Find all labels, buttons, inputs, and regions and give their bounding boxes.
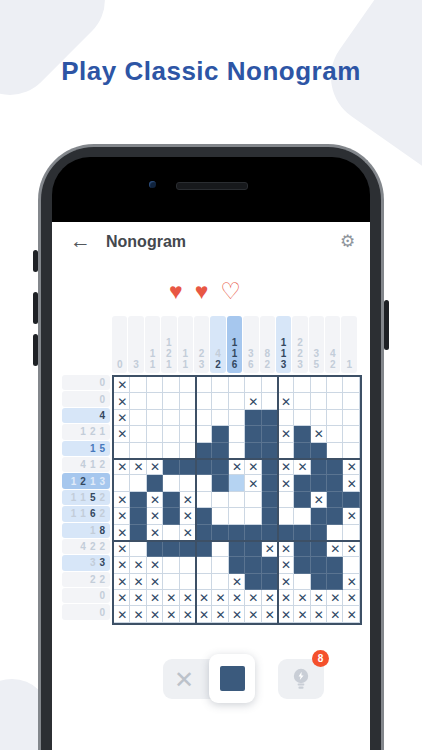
cell-r1c3[interactable] — [147, 377, 163, 393]
cell-r13c10[interactable] — [262, 574, 278, 590]
cell-r10c8[interactable] — [229, 525, 245, 541]
cell-r14c12[interactable]: ✕ — [294, 590, 310, 606]
cell-r9c14[interactable] — [327, 508, 343, 524]
cell-r1c4[interactable] — [163, 377, 179, 393]
clue-number: 2 — [330, 359, 336, 370]
cell-r7c9[interactable]: ✕ — [245, 475, 261, 491]
fill-tool-button[interactable] — [209, 654, 255, 703]
cell-r14c11[interactable]: ✕ — [278, 590, 294, 606]
cell-r15c9[interactable]: ✕ — [245, 606, 261, 622]
cell-r10c13[interactable] — [311, 525, 327, 541]
clue-number: 5 — [314, 359, 320, 370]
cell-r2c13[interactable] — [311, 393, 327, 409]
heart-filled-icon: ♥ — [195, 278, 221, 304]
cell-r13c11[interactable]: ✕ — [278, 574, 294, 590]
col-clue-10: 82 — [260, 316, 275, 373]
cell-r12c3[interactable]: ✕ — [147, 557, 163, 573]
cell-r11c1[interactable]: ✕ — [114, 541, 130, 557]
cell-r11c3[interactable] — [147, 541, 163, 557]
clue-number: 1 — [90, 459, 96, 470]
cell-r1c1[interactable]: ✕ — [114, 377, 130, 393]
cell-r10c5[interactable]: ✕ — [180, 525, 196, 541]
cell-r2c11[interactable]: ✕ — [278, 393, 294, 409]
clue-number: 3 — [281, 359, 287, 370]
cell-r9c5[interactable]: ✕ — [180, 508, 196, 524]
row-clue-15: 0 — [62, 604, 110, 619]
cell-r2c9[interactable]: ✕ — [245, 393, 261, 409]
cell-r10c7[interactable] — [212, 525, 228, 541]
cell-r11c15[interactable]: ✕ — [343, 541, 359, 557]
cell-r11c6[interactable] — [196, 541, 212, 557]
cell-r5c15[interactable] — [343, 443, 359, 459]
cell-r3c4[interactable] — [163, 410, 179, 426]
clue-number: 3 — [133, 359, 139, 370]
cell-r7c4[interactable] — [163, 475, 179, 491]
cell-r14c6[interactable]: ✕ — [196, 590, 212, 606]
cell-r10c15[interactable] — [343, 525, 359, 541]
col-clue-4: 121 — [161, 316, 176, 373]
cell-r6c14[interactable] — [327, 459, 343, 475]
cell-r15c12[interactable]: ✕ — [294, 606, 310, 622]
col-clue-12: 223 — [292, 316, 307, 373]
cell-r10c3[interactable]: ✕ — [147, 525, 163, 541]
cell-r8c6[interactable] — [196, 492, 212, 508]
cell-r9c12[interactable] — [294, 508, 310, 524]
cell-r8c5[interactable]: ✕ — [180, 492, 196, 508]
col-clue-11: 113 — [276, 316, 291, 373]
cell-r8c4[interactable] — [163, 492, 179, 508]
cell-r6c11[interactable]: ✕ — [278, 459, 294, 475]
cell-r3c12[interactable] — [294, 410, 310, 426]
col-clue-8: 116 — [227, 316, 242, 373]
cell-r7c14[interactable] — [327, 475, 343, 491]
gear-icon[interactable]: ⚙ — [340, 231, 355, 252]
cell-r6c7[interactable] — [212, 459, 228, 475]
cell-r1c2[interactable] — [130, 377, 146, 393]
cell-r10c2[interactable] — [130, 525, 146, 541]
cell-r7c2[interactable] — [130, 475, 146, 491]
cell-r7c13[interactable] — [311, 475, 327, 491]
cell-r3c13[interactable] — [311, 410, 327, 426]
x-tool-button[interactable]: ✕ — [174, 666, 194, 694]
cell-r4c7[interactable] — [212, 426, 228, 442]
cell-r12c4[interactable] — [163, 557, 179, 573]
cell-r3c3[interactable] — [147, 410, 163, 426]
clue-number: 3 — [199, 359, 205, 370]
col-clue-1: 0 — [112, 316, 127, 373]
cell-r4c14[interactable] — [327, 426, 343, 442]
cell-r7c11[interactable]: ✕ — [278, 475, 294, 491]
cell-r5c3[interactable] — [147, 443, 163, 459]
clue-number: 1 — [150, 348, 156, 359]
cell-r5c1[interactable] — [114, 443, 130, 459]
cell-r11c13[interactable] — [311, 541, 327, 557]
cell-r4c13[interactable]: ✕ — [311, 426, 327, 442]
cell-r2c2[interactable] — [130, 393, 146, 409]
clue-number: 6 — [90, 508, 96, 519]
cell-r5c12[interactable] — [294, 443, 310, 459]
cell-r15c1[interactable]: ✕ — [114, 606, 130, 622]
cell-r10c14[interactable] — [327, 525, 343, 541]
cell-r6c8[interactable]: ✕ — [229, 459, 245, 475]
lightbulb-icon — [291, 667, 311, 691]
back-icon[interactable]: ← — [70, 229, 91, 253]
col-clue-9: 36 — [243, 316, 258, 373]
cell-r14c7[interactable]: ✕ — [212, 590, 228, 606]
cell-r4c12[interactable] — [294, 426, 310, 442]
clue-number: 2 — [297, 337, 303, 348]
cell-r1c5[interactable] — [180, 377, 196, 393]
cell-r13c2[interactable]: ✕ — [130, 574, 146, 590]
cell-r14c3[interactable]: ✕ — [147, 590, 163, 606]
cell-r1c13[interactable] — [311, 377, 327, 393]
clue-number: 1 — [232, 348, 238, 359]
cell-r9c6[interactable] — [196, 508, 212, 524]
cell-r14c13[interactable]: ✕ — [311, 590, 327, 606]
cell-r15c5[interactable]: ✕ — [180, 606, 196, 622]
cell-r5c11[interactable] — [278, 443, 294, 459]
cell-r11c5[interactable] — [180, 541, 196, 557]
clue-number: 1 — [166, 359, 172, 370]
cell-r13c15[interactable]: ✕ — [343, 574, 359, 590]
cell-r3c15[interactable] — [343, 410, 359, 426]
cell-r2c1[interactable]: ✕ — [114, 393, 130, 409]
cell-r11c10[interactable]: ✕ — [262, 541, 278, 557]
clue-number: 2 — [99, 541, 105, 552]
cell-r2c15[interactable] — [343, 393, 359, 409]
cell-r7c15[interactable]: ✕ — [343, 475, 359, 491]
cell-r14c15[interactable]: ✕ — [343, 590, 359, 606]
clue-number: 2 — [264, 359, 270, 370]
cell-r7c6[interactable] — [196, 475, 212, 491]
cell-r12c8[interactable] — [229, 557, 245, 573]
cell-r4c1[interactable]: ✕ — [114, 426, 130, 442]
cell-r3c10[interactable] — [262, 410, 278, 426]
cell-r3c6[interactable] — [196, 410, 212, 426]
cell-r2c4[interactable] — [163, 393, 179, 409]
cell-r1c6[interactable] — [196, 377, 212, 393]
cell-r6c6[interactable] — [196, 459, 212, 475]
cell-r15c10[interactable]: ✕ — [262, 606, 278, 622]
clue-number: 2 — [215, 359, 221, 370]
cell-r2c8[interactable] — [229, 393, 245, 409]
cell-r14c1[interactable]: ✕ — [114, 590, 130, 606]
cell-r1c11[interactable] — [278, 377, 294, 393]
cell-r8c3[interactable]: ✕ — [147, 492, 163, 508]
clue-number: 0 — [99, 377, 105, 388]
col-clue-13: 35 — [309, 316, 324, 373]
cell-r1c8[interactable] — [229, 377, 245, 393]
cell-r10c4[interactable] — [163, 525, 179, 541]
cell-r9c2[interactable] — [130, 508, 146, 524]
cell-r5c14[interactable] — [327, 443, 343, 459]
cell-r9c11[interactable] — [278, 508, 294, 524]
clue-number: 5 — [99, 443, 105, 454]
cell-r3c9[interactable] — [245, 410, 261, 426]
cell-r6c5[interactable] — [180, 459, 196, 475]
clue-number: 1 — [80, 426, 86, 437]
cell-r2c3[interactable] — [147, 393, 163, 409]
cell-r15c2[interactable]: ✕ — [130, 606, 146, 622]
cell-r5c2[interactable] — [130, 443, 146, 459]
cell-r15c4[interactable]: ✕ — [163, 606, 179, 622]
col-clue-6: 23 — [194, 316, 209, 373]
cell-r1c15[interactable] — [343, 377, 359, 393]
clue-number: 1 — [232, 337, 238, 348]
cell-r11c2[interactable] — [130, 541, 146, 557]
clue-number: 8 — [99, 525, 105, 536]
clue-number: 3 — [99, 476, 105, 487]
cell-r9c3[interactable]: ✕ — [147, 508, 163, 524]
cell-r13c4[interactable] — [163, 574, 179, 590]
cell-r3c11[interactable] — [278, 410, 294, 426]
cell-r13c8[interactable]: ✕ — [229, 574, 245, 590]
grid-divider-v2 — [277, 375, 279, 625]
cell-r8c10[interactable] — [262, 492, 278, 508]
cell-r8c2[interactable] — [130, 492, 146, 508]
cell-r4c8[interactable] — [229, 426, 245, 442]
cell-r2c14[interactable] — [327, 393, 343, 409]
cell-r1c10[interactable] — [262, 377, 278, 393]
cell-r13c7[interactable] — [212, 574, 228, 590]
cell-r12c7[interactable] — [212, 557, 228, 573]
cell-r12c11[interactable]: ✕ — [278, 557, 294, 573]
cell-r12c6[interactable] — [196, 557, 212, 573]
cell-r8c1[interactable]: ✕ — [114, 492, 130, 508]
cell-r13c13[interactable] — [311, 574, 327, 590]
cell-r9c7[interactable] — [212, 508, 228, 524]
clue-number: 1 — [80, 492, 86, 503]
clue-number: 4 — [215, 348, 221, 359]
clue-number: 1 — [71, 508, 77, 519]
cell-r12c10[interactable] — [262, 557, 278, 573]
cell-r9c15[interactable]: ✕ — [343, 508, 359, 524]
cell-r2c7[interactable] — [212, 393, 228, 409]
col-clue-14: 42 — [325, 316, 340, 373]
cell-r14c8[interactable]: ✕ — [229, 590, 245, 606]
row-clue-6: 412 — [62, 457, 110, 472]
cell-r5c4[interactable] — [163, 443, 179, 459]
cell-r3c7[interactable] — [212, 410, 228, 426]
clue-number: 1 — [182, 348, 188, 359]
cell-r15c8[interactable]: ✕ — [229, 606, 245, 622]
cell-r12c2[interactable]: ✕ — [130, 557, 146, 573]
cell-r14c5[interactable]: ✕ — [180, 590, 196, 606]
lives-indicator: ♥♥♡ — [52, 278, 370, 305]
cell-r14c2[interactable]: ✕ — [130, 590, 146, 606]
cell-r2c10[interactable] — [262, 393, 278, 409]
cell-r6c9[interactable]: ✕ — [245, 459, 261, 475]
cell-r14c9[interactable]: ✕ — [245, 590, 261, 606]
clue-number: 2 — [99, 508, 105, 519]
cell-r8c15[interactable] — [343, 492, 359, 508]
cell-r4c3[interactable] — [147, 426, 163, 442]
row-clue-10: 18 — [62, 523, 110, 538]
col-clue-5: 11 — [178, 316, 193, 373]
cell-r15c13[interactable]: ✕ — [311, 606, 327, 622]
clue-number: 0 — [99, 590, 105, 601]
cell-r14c14[interactable]: ✕ — [327, 590, 343, 606]
cell-r9c1[interactable]: ✕ — [114, 508, 130, 524]
clue-number: 0 — [117, 359, 123, 370]
cell-r1c9[interactable] — [245, 377, 261, 393]
cell-r6c10[interactable] — [262, 459, 278, 475]
column-clues: 0311121112342116368211322335421 — [112, 316, 358, 373]
cell-r4c2[interactable] — [130, 426, 146, 442]
row-clue-2: 0 — [62, 391, 110, 406]
clue-number: 0 — [99, 607, 105, 618]
cell-r15c11[interactable]: ✕ — [278, 606, 294, 622]
cell-r10c9[interactable] — [245, 525, 261, 541]
cell-r15c3[interactable]: ✕ — [147, 606, 163, 622]
cell-r8c13[interactable]: ✕ — [311, 492, 327, 508]
clue-number: 6 — [248, 359, 254, 370]
col-clue-15: 1 — [341, 316, 356, 373]
cell-r12c14[interactable] — [327, 557, 343, 573]
cell-r10c11[interactable] — [278, 525, 294, 541]
clue-number: 3 — [99, 557, 105, 568]
col-clue-3: 11 — [145, 316, 160, 373]
cell-r4c11[interactable]: ✕ — [278, 426, 294, 442]
cell-r8c7[interactable] — [212, 492, 228, 508]
cell-r3c2[interactable] — [130, 410, 146, 426]
cell-r3c8[interactable] — [229, 410, 245, 426]
cell-r5c6[interactable] — [196, 443, 212, 459]
cell-r11c7[interactable] — [212, 541, 228, 557]
cell-r7c12[interactable] — [294, 475, 310, 491]
cell-r5c9[interactable] — [245, 443, 261, 459]
cell-r1c7[interactable] — [212, 377, 228, 393]
cell-r9c8[interactable] — [229, 508, 245, 524]
cell-r5c10[interactable] — [262, 443, 278, 459]
cell-r8c14[interactable] — [327, 492, 343, 508]
cell-r8c8[interactable] — [229, 492, 245, 508]
cell-r9c9[interactable] — [245, 508, 261, 524]
cell-r13c14[interactable] — [327, 574, 343, 590]
clue-number: 1 — [281, 348, 287, 359]
cell-r5c5[interactable] — [180, 443, 196, 459]
cell-r6c1[interactable]: ✕ — [114, 459, 130, 475]
cell-r4c6[interactable] — [196, 426, 212, 442]
cell-r13c6[interactable] — [196, 574, 212, 590]
cell-r12c5[interactable] — [180, 557, 196, 573]
cell-r6c15[interactable]: ✕ — [343, 459, 359, 475]
cell-r10c12[interactable] — [294, 525, 310, 541]
hint-count-badge: 8 — [312, 650, 329, 667]
cell-r6c13[interactable] — [311, 459, 327, 475]
cell-r4c4[interactable] — [163, 426, 179, 442]
cell-r2c6[interactable] — [196, 393, 212, 409]
cell-r10c10[interactable] — [262, 525, 278, 541]
cell-r14c4[interactable]: ✕ — [163, 590, 179, 606]
row-clue-9: 1162 — [62, 506, 110, 521]
clue-number: 2 — [297, 348, 303, 359]
cell-r15c14[interactable]: ✕ — [327, 606, 343, 622]
cell-r11c9[interactable] — [245, 541, 261, 557]
cell-r12c9[interactable] — [245, 557, 261, 573]
cell-r9c4[interactable] — [163, 508, 179, 524]
cell-r13c9[interactable] — [245, 574, 261, 590]
row-clues: 0041211541212131152116218422332200 — [62, 375, 110, 621]
clue-number: 5 — [90, 492, 96, 503]
cell-r11c4[interactable] — [163, 541, 179, 557]
cell-r4c10[interactable] — [262, 426, 278, 442]
cell-r2c5[interactable] — [180, 393, 196, 409]
cell-r13c1[interactable]: ✕ — [114, 574, 130, 590]
clue-number: 2 — [99, 459, 105, 470]
cell-r7c7[interactable] — [212, 475, 228, 491]
cell-r5c7[interactable] — [212, 443, 228, 459]
cell-r6c4[interactable] — [163, 459, 179, 475]
clue-number: 2 — [99, 492, 105, 503]
cell-r14c10[interactable]: ✕ — [262, 590, 278, 606]
cell-r5c8[interactable] — [229, 443, 245, 459]
cell-r11c12[interactable] — [294, 541, 310, 557]
cell-r4c5[interactable] — [180, 426, 196, 442]
cell-r7c3[interactable] — [147, 475, 163, 491]
cell-r1c12[interactable] — [294, 377, 310, 393]
cell-r8c11[interactable] — [278, 492, 294, 508]
col-clue-7: 42 — [210, 316, 225, 373]
cell-r3c1[interactable]: ✕ — [114, 410, 130, 426]
cell-r6c2[interactable]: ✕ — [130, 459, 146, 475]
cell-r11c8[interactable] — [229, 541, 245, 557]
cell-r6c12[interactable]: ✕ — [294, 459, 310, 475]
clue-number: 2 — [166, 348, 172, 359]
cell-r12c12[interactable] — [294, 557, 310, 573]
cell-r2c12[interactable] — [294, 393, 310, 409]
cell-r4c9[interactable] — [245, 426, 261, 442]
cell-r7c5[interactable] — [180, 475, 196, 491]
cell-r9c13[interactable] — [311, 508, 327, 524]
cell-r8c9[interactable] — [245, 492, 261, 508]
cell-r3c5[interactable] — [180, 410, 196, 426]
cell-r7c10[interactable] — [262, 475, 278, 491]
cell-r12c15[interactable] — [343, 557, 359, 573]
cell-r5c13[interactable] — [311, 443, 327, 459]
nonogram-board: ✕✕✕✕✕✕✕✕✕✕✕✕✕✕✕✕✕✕✕✕✕✕✕✕✕✕✕✕✕✕✕✕✕✕✕✕✕✕✕✕… — [112, 375, 362, 625]
cell-r15c6[interactable]: ✕ — [196, 606, 212, 622]
cell-r7c1[interactable] — [114, 475, 130, 491]
cell-r7c8[interactable] — [229, 475, 245, 491]
cell-r10c1[interactable]: ✕ — [114, 525, 130, 541]
cell-r13c3[interactable]: ✕ — [147, 574, 163, 590]
cell-r15c15[interactable]: ✕ — [343, 606, 359, 622]
cell-r15c7[interactable]: ✕ — [212, 606, 228, 622]
grid-divider-v1 — [195, 375, 197, 625]
heart-filled-icon: ♥ — [169, 278, 195, 304]
cell-r6c3[interactable]: ✕ — [147, 459, 163, 475]
row-clue-3: 4 — [62, 408, 110, 423]
clue-number: 1 — [90, 476, 96, 487]
row-clue-8: 1152 — [62, 490, 110, 505]
cell-r1c14[interactable] — [327, 377, 343, 393]
cell-r11c11[interactable]: ✕ — [278, 541, 294, 557]
cell-r13c12[interactable] — [294, 574, 310, 590]
clue-number: 1 — [150, 359, 156, 370]
cell-r11c14[interactable]: ✕ — [327, 541, 343, 557]
cell-r9c10[interactable] — [262, 508, 278, 524]
cell-r12c1[interactable]: ✕ — [114, 557, 130, 573]
clue-number: 2 — [90, 541, 96, 552]
nonogram-grid[interactable]: ✕✕✕✕✕✕✕✕✕✕✕✕✕✕✕✕✕✕✕✕✕✕✕✕✕✕✕✕✕✕✕✕✕✕✕✕✕✕✕✕… — [112, 375, 362, 625]
cell-r10c6[interactable] — [196, 525, 212, 541]
cell-r8c12[interactable] — [294, 492, 310, 508]
cell-r3c14[interactable] — [327, 410, 343, 426]
cell-r4c15[interactable] — [343, 426, 359, 442]
cell-r12c13[interactable] — [311, 557, 327, 573]
cell-r13c5[interactable] — [180, 574, 196, 590]
